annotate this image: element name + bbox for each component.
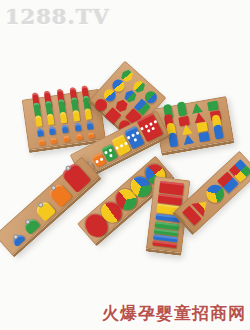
counting-dot [153, 120, 157, 124]
counting-dot [149, 122, 153, 126]
counting-dot [136, 131, 140, 135]
blue-stack-cylinder [11, 232, 26, 247]
counting-dot [127, 135, 131, 139]
green-tri-solid [191, 102, 204, 114]
orange-peg [88, 132, 95, 139]
metal-pin [37, 202, 44, 209]
blue-peg [62, 124, 69, 133]
counting-dot [151, 127, 155, 131]
counting-dot [108, 148, 112, 152]
size-cylinders-board [0, 156, 102, 257]
green-stack-cylinder [22, 217, 40, 235]
blue-cube-solid [199, 132, 210, 143]
orange-peg [38, 139, 45, 146]
blue-peg [74, 122, 81, 131]
red-cube-solid [178, 115, 189, 126]
green-cyl-solid [176, 101, 186, 116]
counting-dot [134, 138, 138, 142]
metal-pin [64, 165, 71, 172]
yellow-stack-cylinder [34, 200, 56, 222]
counting-dot [99, 157, 103, 161]
watermark-huobao-site: 火爆孕婴童招商网 [102, 302, 246, 325]
counting-dot [144, 124, 148, 128]
blue-peg [36, 128, 43, 137]
counting-dot [131, 133, 135, 137]
orange-peg [76, 133, 83, 140]
counting-dot [115, 146, 119, 150]
orange-peg [63, 135, 70, 142]
metal-pin [12, 233, 19, 240]
orange-stack-cylinder [47, 182, 72, 208]
counting-dot [119, 143, 123, 147]
green-cube-solid [207, 100, 218, 111]
counting-dot [140, 127, 144, 131]
counting-dot [104, 150, 108, 154]
blue-peg [87, 121, 94, 130]
watermark-1288tv: 1288.TV [5, 4, 110, 29]
counting-dot [94, 159, 98, 163]
metal-pin [50, 184, 57, 191]
counting-dot [124, 141, 128, 145]
metal-pin [24, 218, 31, 225]
counting-dot [109, 153, 113, 157]
geometric-solids-board [153, 96, 234, 156]
product-photo-canvas: 1288.TV 火爆孕婴童招商网 [0, 0, 250, 330]
orange-peg [51, 137, 58, 144]
counting-dot [146, 129, 150, 133]
blue-peg [49, 126, 56, 135]
